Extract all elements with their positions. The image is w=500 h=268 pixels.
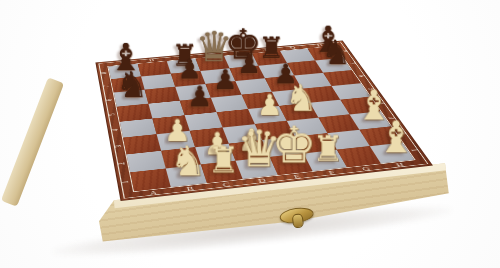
white-bishop: ♝: [376, 115, 415, 159]
rank-label-left-8: 8: [99, 71, 108, 76]
clasp-knob: [291, 213, 304, 228]
black-pawn: ♟: [237, 51, 261, 77]
brass-clasp: [275, 202, 318, 233]
white-rook: ♜: [312, 131, 344, 166]
file-label-top-b: B: [147, 58, 157, 62]
white-queen: ♛: [236, 124, 281, 175]
black-knight: ♞: [116, 67, 148, 103]
white-knight: ♞: [170, 141, 207, 182]
white-knight: ♞: [285, 80, 318, 117]
white-rook: ♜: [208, 142, 240, 178]
black-knight: ♞: [321, 36, 351, 69]
photo-background: ♝♜♛♚♜♝♟♟♞♞♟♟♟♟♞♟♝♟♟♞♜♛♚♜♝ AABBCCDDEEFFGG…: [0, 0, 500, 268]
black-pawn: ♟: [187, 83, 212, 111]
wooden-box-left-edge: [1, 77, 64, 206]
square-d1: ♛: [236, 157, 278, 179]
black-pawn: ♟: [213, 67, 237, 94]
square-a3: [123, 134, 161, 154]
